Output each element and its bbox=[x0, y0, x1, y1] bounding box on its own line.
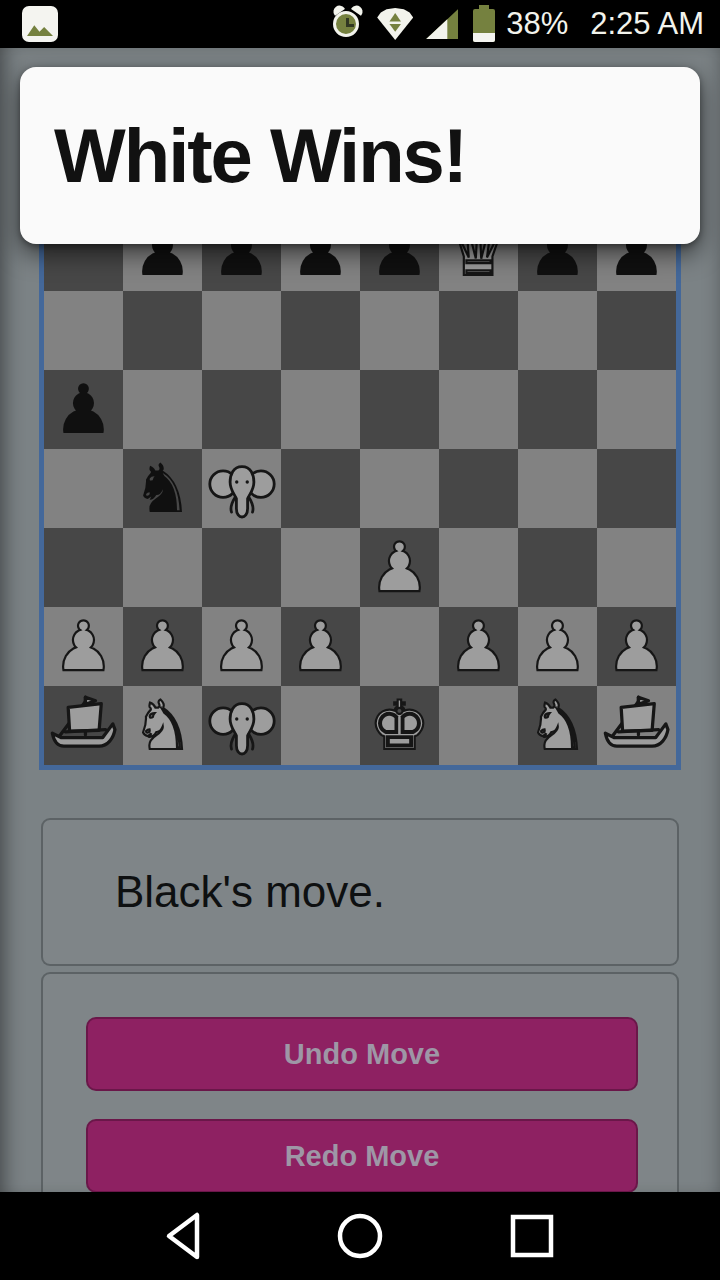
square-c1[interactable] bbox=[202, 686, 281, 765]
square-a5[interactable]: ♟ bbox=[44, 370, 123, 449]
undo-move-button[interactable]: Undo Move bbox=[86, 1017, 638, 1091]
square-g2[interactable]: ♟ bbox=[518, 607, 597, 686]
clock-time: 2:25 AM bbox=[590, 6, 704, 42]
square-b2[interactable]: ♟ bbox=[123, 607, 202, 686]
redo-move-button[interactable]: Redo Move bbox=[86, 1119, 638, 1193]
square-c6[interactable] bbox=[202, 291, 281, 370]
piece-white-boat bbox=[48, 690, 120, 762]
square-d3[interactable] bbox=[281, 528, 360, 607]
square-d6[interactable] bbox=[281, 291, 360, 370]
piece-white-elephant bbox=[207, 454, 277, 524]
square-b1[interactable]: ♞ bbox=[123, 686, 202, 765]
square-b5[interactable] bbox=[123, 370, 202, 449]
home-icon[interactable] bbox=[332, 1208, 388, 1264]
piece-white-pawn: ♟ bbox=[211, 607, 272, 686]
piece-white-pawn: ♟ bbox=[53, 607, 114, 686]
square-f2[interactable]: ♟ bbox=[439, 607, 518, 686]
alarm-clock-icon bbox=[331, 6, 365, 42]
status-bar-right: 38% 2:25 AM bbox=[331, 5, 706, 43]
square-f3[interactable] bbox=[439, 528, 518, 607]
square-h3[interactable] bbox=[597, 528, 676, 607]
piece-white-pawn: ♟ bbox=[290, 607, 351, 686]
square-g4[interactable] bbox=[518, 449, 597, 528]
back-icon[interactable] bbox=[160, 1208, 216, 1264]
square-d2[interactable]: ♟ bbox=[281, 607, 360, 686]
game-over-dialog[interactable]: White Wins! bbox=[20, 67, 700, 244]
square-b6[interactable] bbox=[123, 291, 202, 370]
square-h6[interactable] bbox=[597, 291, 676, 370]
square-e2[interactable] bbox=[360, 607, 439, 686]
piece-white-pawn: ♟ bbox=[369, 528, 430, 607]
square-a6[interactable] bbox=[44, 291, 123, 370]
signal-icon bbox=[426, 9, 458, 39]
square-a2[interactable]: ♟ bbox=[44, 607, 123, 686]
piece-black-pawn: ♟ bbox=[53, 370, 114, 449]
piece-black-knight: ♞ bbox=[132, 449, 193, 528]
square-e1[interactable]: ♚ bbox=[360, 686, 439, 765]
screen: 38% 2:25 AM ♛♚♞♟♟♟♟♛♟♟♟♞♟♟♟♟♟♟♟♟♞♚♞ Whit… bbox=[0, 0, 720, 1280]
square-h4[interactable] bbox=[597, 449, 676, 528]
square-f5[interactable] bbox=[439, 370, 518, 449]
battery-icon bbox=[472, 5, 496, 43]
gallery-notification-icon bbox=[22, 6, 58, 42]
square-c5[interactable] bbox=[202, 370, 281, 449]
app-background: ♛♚♞♟♟♟♟♛♟♟♟♞♟♟♟♟♟♟♟♟♞♚♞ White Wins! Blac… bbox=[0, 48, 720, 1192]
square-g5[interactable] bbox=[518, 370, 597, 449]
square-a1[interactable] bbox=[44, 686, 123, 765]
piece-white-pawn: ♟ bbox=[606, 607, 667, 686]
square-e5[interactable] bbox=[360, 370, 439, 449]
square-h2[interactable]: ♟ bbox=[597, 607, 676, 686]
square-d1[interactable] bbox=[281, 686, 360, 765]
piece-white-knight: ♞ bbox=[132, 686, 193, 765]
square-g1[interactable]: ♞ bbox=[518, 686, 597, 765]
square-f4[interactable] bbox=[439, 449, 518, 528]
piece-white-boat bbox=[601, 690, 673, 762]
square-b3[interactable] bbox=[123, 528, 202, 607]
square-c2[interactable]: ♟ bbox=[202, 607, 281, 686]
piece-white-king: ♚ bbox=[369, 686, 430, 765]
square-d4[interactable] bbox=[281, 449, 360, 528]
square-a4[interactable] bbox=[44, 449, 123, 528]
piece-white-pawn: ♟ bbox=[527, 607, 588, 686]
square-h5[interactable] bbox=[597, 370, 676, 449]
square-e4[interactable] bbox=[360, 449, 439, 528]
dialog-title: White Wins! bbox=[54, 112, 466, 199]
status-bar: 38% 2:25 AM bbox=[0, 0, 720, 48]
square-g6[interactable] bbox=[518, 291, 597, 370]
piece-white-knight: ♞ bbox=[527, 686, 588, 765]
square-f1[interactable] bbox=[439, 686, 518, 765]
recents-icon[interactable] bbox=[504, 1208, 560, 1264]
turn-status-card: Black's move. bbox=[41, 818, 679, 966]
piece-white-pawn: ♟ bbox=[132, 607, 193, 686]
square-f6[interactable] bbox=[439, 291, 518, 370]
wifi-data-icon bbox=[377, 8, 413, 40]
square-b4[interactable]: ♞ bbox=[123, 449, 202, 528]
piece-white-elephant bbox=[207, 691, 277, 761]
android-nav-bar bbox=[0, 1192, 720, 1280]
piece-white-pawn: ♟ bbox=[448, 607, 509, 686]
square-e6[interactable] bbox=[360, 291, 439, 370]
square-g3[interactable] bbox=[518, 528, 597, 607]
square-e3[interactable]: ♟ bbox=[360, 528, 439, 607]
square-d5[interactable] bbox=[281, 370, 360, 449]
square-a3[interactable] bbox=[44, 528, 123, 607]
battery-percent: 38% bbox=[506, 6, 568, 42]
turn-status-text: Black's move. bbox=[115, 867, 385, 917]
square-h1[interactable] bbox=[597, 686, 676, 765]
square-c4[interactable] bbox=[202, 449, 281, 528]
mountains-glyph bbox=[27, 23, 53, 36]
square-c3[interactable] bbox=[202, 528, 281, 607]
